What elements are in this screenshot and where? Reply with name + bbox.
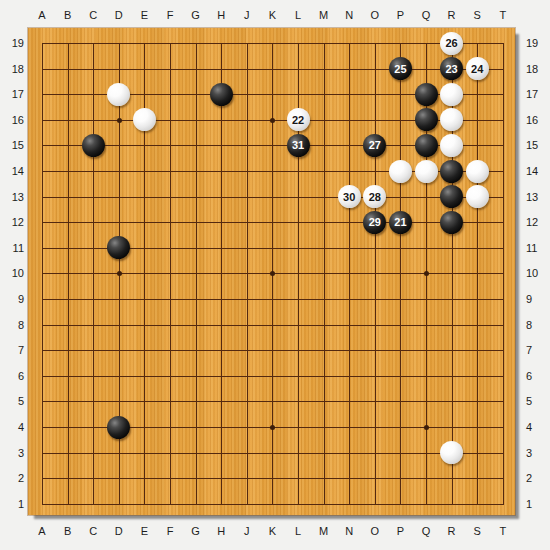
grid-line-horizontal [42, 350, 504, 351]
col-label-bottom: K [260, 524, 284, 538]
col-label-bottom: L [286, 524, 310, 538]
move-number-label: 28 [363, 185, 386, 208]
row-label-left: 7 [0, 343, 24, 357]
grid-line-vertical [375, 43, 376, 505]
star-point [424, 271, 429, 276]
col-label-bottom: F [158, 524, 182, 538]
white-stone-S13 [466, 185, 489, 208]
col-label-top: B [56, 8, 80, 22]
col-label-top: G [184, 8, 208, 22]
col-label-top: F [158, 8, 182, 22]
row-label-right: 13 [526, 190, 550, 204]
grid-line-horizontal [42, 478, 504, 479]
row-label-left: 5 [0, 394, 24, 408]
row-label-left: 13 [0, 190, 24, 204]
white-stone-R3 [440, 441, 463, 464]
grid-line-vertical [477, 43, 478, 505]
move-number-label: 26 [440, 32, 463, 55]
black-stone-R12 [440, 211, 463, 234]
row-label-left: 18 [0, 62, 24, 76]
white-stone-R16 [440, 108, 463, 131]
col-label-top: R [440, 8, 464, 22]
white-stone-N13: 30 [338, 185, 361, 208]
col-label-bottom: E [132, 524, 156, 538]
col-label-top: T [491, 8, 515, 22]
row-label-right: 1 [526, 497, 550, 511]
black-stone-Q16 [415, 108, 438, 131]
move-number-label: 30 [338, 185, 361, 208]
grid-line-vertical [349, 43, 350, 505]
white-stone-D17 [107, 83, 130, 106]
black-stone-D11 [107, 236, 130, 259]
white-stone-S14 [466, 160, 489, 183]
move-number-label: 31 [287, 134, 310, 157]
black-stone-P12: 21 [389, 211, 412, 234]
col-label-bottom: H [209, 524, 233, 538]
black-stone-P18: 25 [389, 57, 412, 80]
black-stone-Q15 [415, 134, 438, 157]
row-label-right: 7 [526, 343, 550, 357]
grid-line-vertical [503, 43, 504, 505]
col-label-bottom: J [235, 524, 259, 538]
star-point [270, 271, 275, 276]
col-label-bottom: B [56, 524, 80, 538]
black-stone-O15: 27 [363, 134, 386, 157]
grid-line-horizontal [42, 299, 504, 300]
row-label-left: 2 [0, 471, 24, 485]
col-label-top: H [209, 8, 233, 22]
col-label-bottom: C [81, 524, 105, 538]
col-label-top: Q [414, 8, 438, 22]
move-number-label: 29 [363, 211, 386, 234]
col-label-top: C [81, 8, 105, 22]
col-label-top: M [312, 8, 336, 22]
col-label-top: A [30, 8, 54, 22]
col-label-bottom: G [184, 524, 208, 538]
row-label-left: 8 [0, 318, 24, 332]
row-label-left: 19 [0, 36, 24, 50]
white-stone-P14 [389, 160, 412, 183]
white-stone-S18: 24 [466, 57, 489, 80]
col-label-bottom: D [107, 524, 131, 538]
row-label-left: 12 [0, 215, 24, 229]
white-stone-R19: 26 [440, 32, 463, 55]
black-stone-R13 [440, 185, 463, 208]
row-label-right: 16 [526, 113, 550, 127]
row-label-left: 1 [0, 497, 24, 511]
col-label-bottom: S [465, 524, 489, 538]
col-label-top: J [235, 8, 259, 22]
col-label-bottom: M [312, 524, 336, 538]
star-point [424, 425, 429, 430]
row-label-left: 14 [0, 164, 24, 178]
row-label-left: 15 [0, 138, 24, 152]
row-label-left: 17 [0, 87, 24, 101]
col-label-top: S [465, 8, 489, 22]
row-label-right: 6 [526, 369, 550, 383]
col-label-bottom: N [337, 524, 361, 538]
star-point [117, 271, 122, 276]
move-number-label: 27 [363, 134, 386, 157]
grid-line-horizontal [42, 325, 504, 326]
black-stone-O12: 29 [363, 211, 386, 234]
white-stone-E16 [133, 108, 156, 131]
black-stone-D4 [107, 416, 130, 439]
grid-line-horizontal [42, 376, 504, 377]
row-label-left: 10 [0, 266, 24, 280]
row-label-right: 19 [526, 36, 550, 50]
col-label-top: L [286, 8, 310, 22]
col-label-bottom: T [491, 524, 515, 538]
col-label-top: D [107, 8, 131, 22]
col-label-bottom: A [30, 524, 54, 538]
col-label-bottom: Q [414, 524, 438, 538]
row-label-right: 11 [526, 241, 550, 255]
grid-line-horizontal [42, 401, 504, 402]
star-point [270, 118, 275, 123]
col-label-top: P [388, 8, 412, 22]
row-label-left: 4 [0, 420, 24, 434]
black-stone-R14 [440, 160, 463, 183]
col-label-bottom: R [440, 524, 464, 538]
row-label-right: 9 [526, 292, 550, 306]
row-label-left: 3 [0, 446, 24, 460]
grid-line-horizontal [42, 504, 504, 505]
col-label-bottom: O [363, 524, 387, 538]
move-number-label: 22 [287, 108, 310, 131]
row-label-right: 5 [526, 394, 550, 408]
col-label-top: O [363, 8, 387, 22]
white-stone-R17 [440, 83, 463, 106]
row-label-right: 14 [526, 164, 550, 178]
move-number-label: 25 [389, 57, 412, 80]
go-board[interactable]: 2624223028252327312921 [28, 28, 515, 515]
row-label-left: 16 [0, 113, 24, 127]
row-label-right: 10 [526, 266, 550, 280]
row-label-right: 15 [526, 138, 550, 152]
white-stone-R15 [440, 134, 463, 157]
row-label-right: 3 [526, 446, 550, 460]
white-stone-L16: 22 [287, 108, 310, 131]
black-stone-H17 [210, 83, 233, 106]
black-stone-C15 [82, 134, 105, 157]
col-label-bottom: P [388, 524, 412, 538]
col-label-top: K [260, 8, 284, 22]
move-number-label: 24 [466, 57, 489, 80]
row-label-right: 18 [526, 62, 550, 76]
black-stone-Q17 [415, 83, 438, 106]
row-label-left: 11 [0, 241, 24, 255]
row-label-right: 4 [526, 420, 550, 434]
row-label-right: 12 [526, 215, 550, 229]
grid-line-vertical [324, 43, 325, 505]
white-stone-O13: 28 [363, 185, 386, 208]
grid-line-vertical [400, 43, 401, 505]
row-label-left: 6 [0, 369, 24, 383]
go-diagram-screen: AABBCCDDEEFFGGHHJJKKLLMMNNOOPPQQRRSSTT19… [0, 0, 550, 550]
col-label-top: E [132, 8, 156, 22]
black-stone-L15: 31 [287, 134, 310, 157]
grid-line-horizontal [42, 453, 504, 454]
star-point [270, 425, 275, 430]
move-number-label: 21 [389, 211, 412, 234]
star-point [117, 118, 122, 123]
row-label-left: 9 [0, 292, 24, 306]
white-stone-Q14 [415, 160, 438, 183]
row-label-right: 2 [526, 471, 550, 485]
black-stone-R18: 23 [440, 57, 463, 80]
col-label-top: N [337, 8, 361, 22]
row-label-right: 17 [526, 87, 550, 101]
row-label-right: 8 [526, 318, 550, 332]
move-number-label: 23 [440, 57, 463, 80]
